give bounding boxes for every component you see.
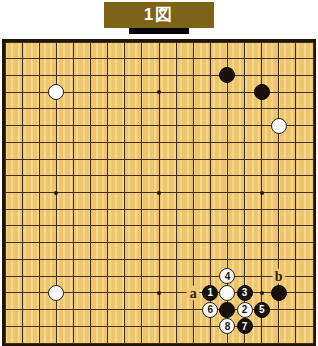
star-point: [157, 90, 161, 94]
title-underline-bar: [129, 28, 189, 34]
white-stone: [219, 285, 235, 301]
black-stone: [219, 67, 235, 83]
star-point: [157, 291, 161, 295]
point-label-b: b: [272, 269, 285, 284]
grid-line-horizontal: [5, 326, 313, 327]
grid-line-vertical: [295, 42, 296, 343]
figure-title: 1図: [104, 2, 214, 28]
grid-line-horizontal: [5, 276, 313, 277]
star-point: [260, 291, 264, 295]
grid-line-horizontal: [5, 209, 313, 210]
move-stone-5: 5: [254, 302, 270, 318]
star-point: [54, 191, 58, 195]
black-stone: [254, 84, 270, 100]
grid-line-horizontal: [5, 242, 313, 243]
move-stone-8: 8: [219, 318, 235, 334]
move-stone-1: 1: [202, 285, 218, 301]
go-board: 12345678ab: [2, 39, 316, 346]
black-stone: [271, 285, 287, 301]
move-stone-4: 4: [219, 268, 235, 284]
star-point: [157, 191, 161, 195]
grid-line-horizontal: [5, 225, 313, 226]
white-stone: [48, 84, 64, 100]
black-stone: [219, 302, 235, 318]
grid-line-vertical: [313, 42, 314, 343]
move-stone-7: 7: [237, 318, 253, 334]
figure-title-wrap: 1図: [0, 2, 318, 34]
grid-line-horizontal: [5, 343, 313, 344]
board-grid: 12345678ab: [5, 42, 313, 343]
white-stone: [48, 285, 64, 301]
point-label-a: a: [187, 285, 200, 300]
white-stone: [271, 118, 287, 134]
move-stone-2: 2: [237, 302, 253, 318]
star-point: [260, 191, 264, 195]
move-stone-6: 6: [202, 302, 218, 318]
grid-line-vertical: [176, 42, 177, 343]
grid-line-horizontal: [5, 259, 313, 260]
move-stone-3: 3: [237, 285, 253, 301]
